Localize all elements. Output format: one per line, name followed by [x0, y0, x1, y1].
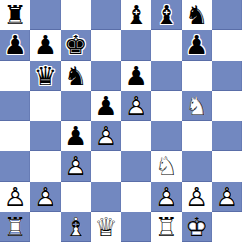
square-b7[interactable]: ♟	[30, 30, 60, 60]
square-c1[interactable]: ♝♗	[61, 212, 91, 242]
square-c2[interactable]	[61, 182, 91, 212]
square-d1[interactable]: ♛♕	[91, 212, 121, 242]
piece-black-queen[interactable]: ♛	[30, 61, 60, 91]
square-h7[interactable]	[212, 30, 242, 60]
piece-black-pawn[interactable]: ♟	[121, 61, 151, 91]
square-e6[interactable]: ♟	[121, 61, 151, 91]
square-b8[interactable]	[30, 0, 60, 30]
piece-black-king[interactable]: ♚	[61, 30, 91, 60]
piece-glyph-outline: ♙	[61, 151, 91, 181]
piece-glyph-outline: ♙	[151, 182, 181, 212]
piece-glyph-outline: ♙	[182, 182, 212, 212]
square-g1[interactable]: ♚♔	[182, 212, 212, 242]
square-d8[interactable]	[91, 0, 121, 30]
piece-glyph-outline: ♙	[212, 182, 242, 212]
square-b1[interactable]	[30, 212, 60, 242]
piece-white-rook[interactable]: ♜♖	[151, 212, 181, 242]
square-e7[interactable]	[121, 30, 151, 60]
piece-white-queen[interactable]: ♛♕	[91, 212, 121, 242]
piece-white-pawn[interactable]: ♟♙	[0, 182, 30, 212]
square-b4[interactable]	[30, 121, 60, 151]
square-f6[interactable]	[151, 61, 181, 91]
square-b6[interactable]: ♛	[30, 61, 60, 91]
square-g2[interactable]: ♟♙	[182, 182, 212, 212]
square-a1[interactable]: ♜♖	[0, 212, 30, 242]
piece-black-bishop[interactable]: ♝	[151, 0, 181, 30]
square-b2[interactable]: ♟♙	[30, 182, 60, 212]
piece-black-pawn[interactable]: ♟	[182, 30, 212, 60]
square-c3[interactable]: ♟♙	[61, 151, 91, 181]
square-c5[interactable]	[61, 91, 91, 121]
square-d5[interactable]: ♟	[91, 91, 121, 121]
square-g4[interactable]	[182, 121, 212, 151]
piece-black-pawn[interactable]: ♟	[0, 30, 30, 60]
piece-glyph-outline: ♙	[91, 121, 121, 151]
square-h1[interactable]	[212, 212, 242, 242]
piece-white-pawn[interactable]: ♟♙	[61, 151, 91, 181]
piece-glyph-outline: ♖	[151, 212, 181, 242]
square-e5[interactable]: ♟♙	[121, 91, 151, 121]
piece-white-king[interactable]: ♚♔	[182, 212, 212, 242]
square-f1[interactable]: ♜♖	[151, 212, 181, 242]
piece-black-rook[interactable]: ♜	[0, 0, 30, 30]
square-f4[interactable]	[151, 121, 181, 151]
square-f8[interactable]: ♝	[151, 0, 181, 30]
square-c6[interactable]: ♞	[61, 61, 91, 91]
square-e3[interactable]	[121, 151, 151, 181]
square-d7[interactable]	[91, 30, 121, 60]
square-c7[interactable]: ♚	[61, 30, 91, 60]
square-a5[interactable]	[0, 91, 30, 121]
piece-glyph-outline: ♘	[182, 91, 212, 121]
piece-glyph-outline: ♔	[182, 212, 212, 242]
piece-black-knight[interactable]: ♞	[182, 0, 212, 30]
piece-white-knight[interactable]: ♞♘	[182, 91, 212, 121]
piece-white-pawn[interactable]: ♟♙	[91, 121, 121, 151]
square-h2[interactable]: ♟♙	[212, 182, 242, 212]
square-a2[interactable]: ♟♙	[0, 182, 30, 212]
square-h8[interactable]	[212, 0, 242, 30]
piece-black-pawn[interactable]: ♟	[30, 30, 60, 60]
square-d6[interactable]	[91, 61, 121, 91]
square-d4[interactable]: ♟♙	[91, 121, 121, 151]
square-e8[interactable]: ♝	[121, 0, 151, 30]
square-e2[interactable]	[121, 182, 151, 212]
piece-black-bishop[interactable]: ♝	[121, 0, 151, 30]
piece-white-pawn[interactable]: ♟♙	[182, 182, 212, 212]
square-g5[interactable]: ♞♘	[182, 91, 212, 121]
square-g3[interactable]	[182, 151, 212, 181]
square-a3[interactable]	[0, 151, 30, 181]
square-a4[interactable]	[0, 121, 30, 151]
piece-black-knight[interactable]: ♞	[61, 61, 91, 91]
chess-board: ♜♝♝♞♟♟♚♟♛♞♟♟♟♙♞♘♟♟♙♟♙♞♘♟♙♟♙♟♙♟♙♟♙♜♖♝♗♛♕♜…	[0, 0, 242, 242]
square-h5[interactable]	[212, 91, 242, 121]
piece-black-pawn[interactable]: ♟	[91, 91, 121, 121]
square-f5[interactable]	[151, 91, 181, 121]
piece-glyph-outline: ♙	[30, 182, 60, 212]
square-a7[interactable]: ♟	[0, 30, 30, 60]
square-f3[interactable]: ♞♘	[151, 151, 181, 181]
square-b5[interactable]	[30, 91, 60, 121]
square-e4[interactable]	[121, 121, 151, 151]
square-g6[interactable]	[182, 61, 212, 91]
square-h4[interactable]	[212, 121, 242, 151]
square-d3[interactable]	[91, 151, 121, 181]
square-a6[interactable]	[0, 61, 30, 91]
piece-glyph-outline: ♗	[61, 212, 91, 242]
piece-white-knight[interactable]: ♞♘	[151, 151, 181, 181]
square-g7[interactable]: ♟	[182, 30, 212, 60]
piece-glyph-outline: ♖	[0, 212, 30, 242]
square-h6[interactable]	[212, 61, 242, 91]
square-f7[interactable]	[151, 30, 181, 60]
square-g8[interactable]: ♞	[182, 0, 212, 30]
piece-white-bishop[interactable]: ♝♗	[61, 212, 91, 242]
piece-white-pawn[interactable]: ♟♙	[30, 182, 60, 212]
square-e1[interactable]	[121, 212, 151, 242]
square-b3[interactable]	[30, 151, 60, 181]
square-c8[interactable]	[61, 0, 91, 30]
piece-glyph-outline: ♙	[121, 91, 151, 121]
piece-white-pawn[interactable]: ♟♙	[212, 182, 242, 212]
piece-glyph-outline: ♙	[0, 182, 30, 212]
piece-white-pawn[interactable]: ♟♙	[121, 91, 151, 121]
piece-white-pawn[interactable]: ♟♙	[151, 182, 181, 212]
square-h3[interactable]	[212, 151, 242, 181]
piece-glyph-outline: ♘	[151, 151, 181, 181]
piece-black-pawn[interactable]: ♟	[61, 121, 91, 151]
square-a8[interactable]: ♜	[0, 0, 30, 30]
piece-glyph-outline: ♕	[91, 212, 121, 242]
piece-white-rook[interactable]: ♜♖	[0, 212, 30, 242]
square-d2[interactable]	[91, 182, 121, 212]
square-c4[interactable]: ♟	[61, 121, 91, 151]
square-f2[interactable]: ♟♙	[151, 182, 181, 212]
